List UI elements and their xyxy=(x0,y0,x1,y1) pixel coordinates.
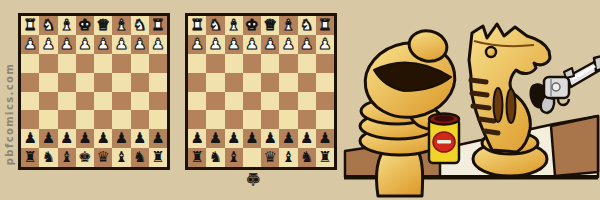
square xyxy=(188,110,206,129)
square: ♟ xyxy=(39,129,57,148)
square: ♛ xyxy=(261,148,279,167)
square: ♞ xyxy=(39,16,57,35)
white-pawn: ♟ xyxy=(23,37,36,52)
square xyxy=(76,73,94,92)
square xyxy=(58,54,76,73)
square: ♟ xyxy=(298,129,316,148)
black-bishop: ♝ xyxy=(282,150,295,165)
white-pawn: ♟ xyxy=(151,37,164,52)
square xyxy=(94,92,112,111)
square: ♞ xyxy=(131,148,149,167)
square: ♛ xyxy=(94,148,112,167)
square: ♟ xyxy=(316,129,334,148)
white-bishop: ♝ xyxy=(227,18,240,33)
square xyxy=(279,110,297,129)
white-rook: ♜ xyxy=(23,18,36,33)
square xyxy=(225,73,243,92)
square xyxy=(39,54,57,73)
square: ♜ xyxy=(149,148,167,167)
white-pawn: ♟ xyxy=(42,37,55,52)
square xyxy=(261,54,279,73)
square xyxy=(316,54,334,73)
square: ♜ xyxy=(21,16,39,35)
square: ♟ xyxy=(149,35,167,54)
square xyxy=(76,54,94,73)
square xyxy=(188,92,206,111)
square xyxy=(131,73,149,92)
chessboard-panel-2: ♜♞♝♚♛♝♞♜♟♟♟♟♟♟♟♟♟♟♟♟♟♟♟♟♜♞♝♛♝♞♜ xyxy=(185,13,337,170)
square xyxy=(298,73,316,92)
square xyxy=(279,92,297,111)
square xyxy=(76,92,94,111)
cartoon-panel xyxy=(340,0,600,200)
square xyxy=(261,110,279,129)
square xyxy=(243,54,261,73)
square xyxy=(94,73,112,92)
square xyxy=(21,73,39,92)
white-pawn: ♟ xyxy=(245,37,258,52)
square xyxy=(149,92,167,111)
square: ♟ xyxy=(76,35,94,54)
square xyxy=(225,110,243,129)
square xyxy=(188,54,206,73)
white-pawn: ♟ xyxy=(318,37,331,52)
square: ♞ xyxy=(131,16,149,35)
black-king: ♚ xyxy=(78,150,91,165)
black-knight: ♞ xyxy=(209,150,222,165)
square: ♞ xyxy=(39,148,57,167)
square: ♟ xyxy=(188,35,206,54)
square xyxy=(188,73,206,92)
square xyxy=(76,110,94,129)
square: ♟ xyxy=(21,35,39,54)
square: ♟ xyxy=(279,129,297,148)
black-rook: ♜ xyxy=(190,150,203,165)
square xyxy=(112,110,130,129)
white-pawn: ♟ xyxy=(133,37,146,52)
black-queen: ♛ xyxy=(96,150,109,165)
square: ♛ xyxy=(94,16,112,35)
square: ♝ xyxy=(225,148,243,167)
black-pawn: ♟ xyxy=(60,131,73,146)
square: ♜ xyxy=(188,148,206,167)
square xyxy=(279,73,297,92)
white-pawn: ♟ xyxy=(263,37,276,52)
white-king: ♚ xyxy=(245,18,258,33)
square xyxy=(298,92,316,111)
square xyxy=(206,73,224,92)
square xyxy=(243,148,261,167)
square: ♟ xyxy=(261,129,279,148)
square xyxy=(21,110,39,129)
black-pawn: ♟ xyxy=(151,131,164,146)
square xyxy=(94,54,112,73)
white-pawn: ♟ xyxy=(300,37,313,52)
square xyxy=(206,54,224,73)
square: ♞ xyxy=(298,16,316,35)
square xyxy=(261,92,279,111)
square xyxy=(243,110,261,129)
white-knight: ♞ xyxy=(42,18,55,33)
square: ♞ xyxy=(206,16,224,35)
square xyxy=(279,54,297,73)
square: ♟ xyxy=(94,129,112,148)
black-pawn: ♟ xyxy=(263,131,276,146)
white-pawn: ♟ xyxy=(209,37,222,52)
square xyxy=(225,92,243,111)
square: ♜ xyxy=(188,16,206,35)
square: ♟ xyxy=(131,35,149,54)
black-pawn: ♟ xyxy=(318,131,331,146)
white-knight: ♞ xyxy=(133,18,146,33)
square xyxy=(298,54,316,73)
knight-eye xyxy=(486,47,496,57)
white-knight: ♞ xyxy=(300,18,313,33)
square: ♟ xyxy=(188,129,206,148)
floor-right-brown xyxy=(551,116,598,176)
square: ♟ xyxy=(298,35,316,54)
white-rook: ♜ xyxy=(318,18,331,33)
black-pawn: ♟ xyxy=(115,131,128,146)
black-knight: ♞ xyxy=(133,150,146,165)
white-pawn: ♟ xyxy=(78,37,91,52)
white-king: ♚ xyxy=(78,18,91,33)
square: ♝ xyxy=(112,16,130,35)
revolver xyxy=(541,56,600,113)
square xyxy=(149,73,167,92)
square: ♟ xyxy=(112,35,130,54)
square: ♜ xyxy=(149,16,167,35)
square: ♟ xyxy=(112,129,130,148)
white-pawn: ♟ xyxy=(115,37,128,52)
black-pawn: ♟ xyxy=(42,131,55,146)
square xyxy=(21,54,39,73)
square: ♞ xyxy=(298,148,316,167)
square: ♟ xyxy=(206,35,224,54)
black-knight: ♞ xyxy=(300,150,313,165)
square: ♝ xyxy=(112,148,130,167)
black-rook: ♜ xyxy=(23,150,36,165)
knight-body-slot-right xyxy=(507,89,516,123)
white-bishop: ♝ xyxy=(60,18,73,33)
black-pawn: ♟ xyxy=(300,131,313,146)
square: ♝ xyxy=(279,16,297,35)
square: ♛ xyxy=(261,16,279,35)
beverage-can xyxy=(429,114,459,164)
revolver-trigger-guard xyxy=(558,99,569,105)
square xyxy=(39,92,57,111)
square: ♜ xyxy=(21,148,39,167)
square: ♟ xyxy=(206,129,224,148)
square xyxy=(21,92,39,111)
square xyxy=(94,110,112,129)
square xyxy=(206,110,224,129)
white-bishop: ♝ xyxy=(115,18,128,33)
black-pawn: ♟ xyxy=(78,131,91,146)
square: ♚ xyxy=(76,16,94,35)
black-pawn: ♟ xyxy=(96,131,109,146)
black-rook: ♜ xyxy=(151,150,164,165)
square xyxy=(112,73,130,92)
square: ♟ xyxy=(261,35,279,54)
square xyxy=(131,92,149,111)
square xyxy=(243,73,261,92)
white-pawn: ♟ xyxy=(190,37,203,52)
comic-strip: pbfcomics.com ♜♞♝♚♛♝♞♜♟♟♟♟♟♟♟♟♟♟♟♟♟♟♟♟♜♞… xyxy=(0,0,600,200)
black-knight: ♞ xyxy=(42,150,55,165)
white-rook: ♜ xyxy=(151,18,164,33)
black-pawn: ♟ xyxy=(133,131,146,146)
square xyxy=(39,73,57,92)
square xyxy=(58,92,76,111)
square: ♟ xyxy=(243,129,261,148)
dead-black-king-piece: ♚ xyxy=(245,170,261,188)
black-bishop: ♝ xyxy=(60,150,73,165)
white-pawn: ♟ xyxy=(96,37,109,52)
black-pawn: ♟ xyxy=(209,131,222,146)
square xyxy=(298,110,316,129)
white-queen: ♛ xyxy=(96,18,109,33)
square: ♟ xyxy=(243,35,261,54)
black-queen: ♛ xyxy=(263,150,276,165)
black-pawn: ♟ xyxy=(282,131,295,146)
square xyxy=(149,110,167,129)
square xyxy=(316,110,334,129)
square: ♞ xyxy=(206,148,224,167)
black-pawn: ♟ xyxy=(227,131,240,146)
can-label-text xyxy=(437,140,451,144)
square: ♚ xyxy=(243,16,261,35)
white-pawn: ♟ xyxy=(60,37,73,52)
square: ♟ xyxy=(225,35,243,54)
square xyxy=(58,110,76,129)
black-bishop: ♝ xyxy=(227,150,240,165)
square xyxy=(131,110,149,129)
square: ♝ xyxy=(279,148,297,167)
chessboard-panel-1: ♜♞♝♚♛♝♞♜♟♟♟♟♟♟♟♟♟♟♟♟♟♟♟♟♜♞♝♚♛♝♞♜ xyxy=(18,13,170,170)
square xyxy=(316,92,334,111)
square: ♜ xyxy=(316,16,334,35)
square: ♝ xyxy=(58,16,76,35)
square xyxy=(243,92,261,111)
black-pawn: ♟ xyxy=(23,131,36,146)
square: ♝ xyxy=(225,16,243,35)
square: ♟ xyxy=(149,129,167,148)
square: ♝ xyxy=(58,148,76,167)
black-rook: ♜ xyxy=(318,150,331,165)
white-rook: ♜ xyxy=(190,18,203,33)
square xyxy=(112,54,130,73)
square xyxy=(261,73,279,92)
square: ♟ xyxy=(131,129,149,148)
square: ♟ xyxy=(39,35,57,54)
white-queen: ♛ xyxy=(263,18,276,33)
square: ♟ xyxy=(94,35,112,54)
square: ♟ xyxy=(58,129,76,148)
watermark-text: pbfcomics.com xyxy=(4,63,15,165)
square xyxy=(225,54,243,73)
square xyxy=(58,73,76,92)
knight-body-slot-left xyxy=(494,88,503,122)
square: ♟ xyxy=(76,129,94,148)
square: ♟ xyxy=(21,129,39,148)
square xyxy=(112,92,130,111)
square: ♟ xyxy=(225,129,243,148)
square xyxy=(316,73,334,92)
black-pawn: ♟ xyxy=(190,131,203,146)
square: ♟ xyxy=(58,35,76,54)
knight-character xyxy=(469,24,550,176)
square: ♜ xyxy=(316,148,334,167)
white-bishop: ♝ xyxy=(282,18,295,33)
square: ♚ xyxy=(76,148,94,167)
white-pawn: ♟ xyxy=(282,37,295,52)
square: ♟ xyxy=(279,35,297,54)
square xyxy=(149,54,167,73)
black-bishop: ♝ xyxy=(115,150,128,165)
square xyxy=(39,110,57,129)
black-pawn: ♟ xyxy=(245,131,258,146)
white-knight: ♞ xyxy=(209,18,222,33)
square xyxy=(206,92,224,111)
square: ♟ xyxy=(316,35,334,54)
white-pawn: ♟ xyxy=(227,37,240,52)
square xyxy=(131,54,149,73)
